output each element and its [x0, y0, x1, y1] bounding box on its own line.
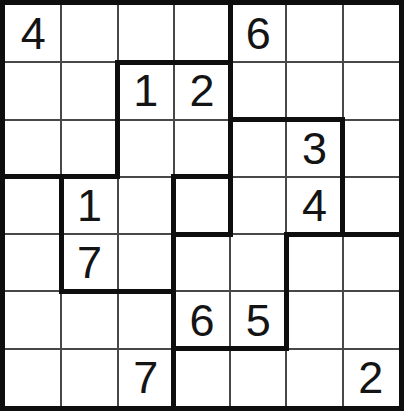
cell-r4c7[interactable]: [343, 177, 399, 234]
cell-r2c1[interactable]: [5, 62, 61, 119]
cell-r5c5[interactable]: [230, 234, 286, 291]
given-digit: 2: [358, 355, 383, 400]
cell-r6c4[interactable]: 6: [174, 291, 230, 348]
given-digit: 1: [77, 183, 102, 228]
cell-r4c6[interactable]: 4: [286, 177, 342, 234]
cell-r1c5[interactable]: 6: [230, 5, 286, 62]
cell-r7c4[interactable]: [174, 349, 230, 406]
cell-r6c5[interactable]: 5: [230, 291, 286, 348]
cell-r5c1[interactable]: [5, 234, 61, 291]
given-digit: 7: [77, 240, 102, 285]
cell-r2c6[interactable]: [286, 62, 342, 119]
cell-r5c7[interactable]: [343, 234, 399, 291]
given-digit: 3: [302, 126, 327, 171]
cell-r5c6[interactable]: [286, 234, 342, 291]
cell-r6c6[interactable]: [286, 291, 342, 348]
cell-r7c2[interactable]: [61, 349, 117, 406]
cell-r3c3[interactable]: [118, 120, 174, 177]
given-digit: 7: [133, 355, 158, 400]
cell-r4c3[interactable]: [118, 177, 174, 234]
cell-r6c3[interactable]: [118, 291, 174, 348]
cell-r7c7[interactable]: 2: [343, 349, 399, 406]
cell-r1c6[interactable]: [286, 5, 342, 62]
cell-r1c1[interactable]: 4: [5, 5, 61, 62]
given-digit: 2: [189, 68, 214, 113]
cell-r6c1[interactable]: [5, 291, 61, 348]
cell-r5c3[interactable]: [118, 234, 174, 291]
cell-r3c6[interactable]: 3: [286, 120, 342, 177]
given-digit: 4: [302, 183, 327, 228]
cell-r5c4[interactable]: [174, 234, 230, 291]
cell-r1c4[interactable]: [174, 5, 230, 62]
cell-r3c5[interactable]: [230, 120, 286, 177]
cell-r4c4[interactable]: [174, 177, 230, 234]
cell-r3c7[interactable]: [343, 120, 399, 177]
cell-r2c3[interactable]: 1: [118, 62, 174, 119]
cell-r7c1[interactable]: [5, 349, 61, 406]
cell-r2c2[interactable]: [61, 62, 117, 119]
cell-r7c3[interactable]: 7: [118, 349, 174, 406]
cell-r1c7[interactable]: [343, 5, 399, 62]
given-digit: 5: [246, 298, 271, 343]
cell-r1c3[interactable]: [118, 5, 174, 62]
cell-r1c2[interactable]: [61, 5, 117, 62]
cell-r2c7[interactable]: [343, 62, 399, 119]
given-digit: 6: [189, 298, 214, 343]
cell-r3c4[interactable]: [174, 120, 230, 177]
cell-r2c5[interactable]: [230, 62, 286, 119]
cell-r3c2[interactable]: [61, 120, 117, 177]
cell-r6c7[interactable]: [343, 291, 399, 348]
cell-r4c5[interactable]: [230, 177, 286, 234]
given-digit: 1: [133, 68, 158, 113]
cell-r5c2[interactable]: 7: [61, 234, 117, 291]
puzzle-board: 461231476572: [0, 0, 404, 411]
cell-r4c2[interactable]: 1: [61, 177, 117, 234]
given-digit: 4: [21, 11, 46, 56]
cell-r2c4[interactable]: 2: [174, 62, 230, 119]
cell-r6c2[interactable]: [61, 291, 117, 348]
cell-r3c1[interactable]: [5, 120, 61, 177]
cell-r4c1[interactable]: [5, 177, 61, 234]
cell-r7c5[interactable]: [230, 349, 286, 406]
given-digit: 6: [246, 11, 271, 56]
cell-r7c6[interactable]: [286, 349, 342, 406]
